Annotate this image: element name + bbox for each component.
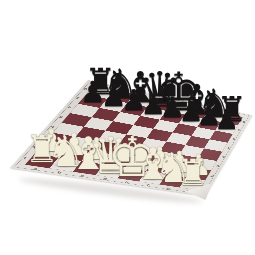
- board-grid: [25, 86, 242, 191]
- product-photo: aabbccddeeffgghh8877665544332211 ♜♞♝♛♚♝♞…: [0, 0, 255, 255]
